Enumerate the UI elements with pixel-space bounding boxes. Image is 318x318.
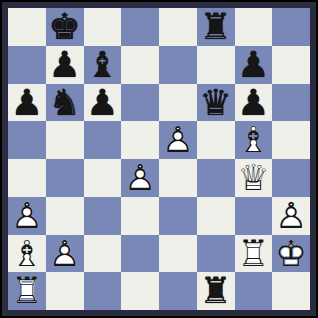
square-h2[interactable]: ♚♔ <box>272 235 310 273</box>
black-pawn-icon[interactable]: ♟ <box>46 46 84 84</box>
square-c2[interactable] <box>84 235 122 273</box>
square-f1[interactable]: ♜ <box>197 272 235 310</box>
square-f2[interactable] <box>197 235 235 273</box>
white-pawn-fill: ♟ <box>121 159 159 197</box>
white-queen-icon[interactable]: ♛♕ <box>235 159 273 197</box>
square-b2[interactable]: ♟♙ <box>46 235 84 273</box>
square-a7[interactable] <box>8 46 46 84</box>
square-g1[interactable] <box>235 272 273 310</box>
square-h7[interactable] <box>272 46 310 84</box>
black-pawn-glyph: ♟ <box>46 46 84 84</box>
black-rook-icon[interactable]: ♜ <box>197 8 235 46</box>
white-pawn-outline: ♙ <box>121 159 159 197</box>
square-d1[interactable] <box>121 272 159 310</box>
black-pawn-icon[interactable]: ♟ <box>84 84 122 122</box>
square-b5[interactable] <box>46 121 84 159</box>
square-e1[interactable] <box>159 272 197 310</box>
white-bishop-fill: ♝ <box>235 121 273 159</box>
black-pawn-icon[interactable]: ♟ <box>8 84 46 122</box>
black-pawn-icon[interactable]: ♟ <box>235 84 273 122</box>
square-a5[interactable] <box>8 121 46 159</box>
square-c5[interactable] <box>84 121 122 159</box>
chess-board: ♚♜♟♝♟♟♞♟♛♟♟♙♝♗♟♙♛♕♟♙♟♙♝♗♟♙♜♖♚♔♜♖♜ <box>8 8 310 310</box>
square-d3[interactable] <box>121 197 159 235</box>
white-king-outline: ♔ <box>272 235 310 273</box>
black-king-glyph: ♚ <box>46 8 84 46</box>
square-h4[interactable] <box>272 159 310 197</box>
white-rook-fill: ♜ <box>235 235 273 273</box>
white-rook-fill: ♜ <box>8 272 46 310</box>
square-g2[interactable]: ♜♖ <box>235 235 273 273</box>
black-pawn-glyph: ♟ <box>235 46 273 84</box>
white-king-icon[interactable]: ♚♔ <box>272 235 310 273</box>
square-h3[interactable]: ♟♙ <box>272 197 310 235</box>
square-a4[interactable] <box>8 159 46 197</box>
square-d6[interactable] <box>121 84 159 122</box>
square-f4[interactable] <box>197 159 235 197</box>
white-pawn-outline: ♙ <box>8 197 46 235</box>
square-d8[interactable] <box>121 8 159 46</box>
board-frame: ♚♜♟♝♟♟♞♟♛♟♟♙♝♗♟♙♛♕♟♙♟♙♝♗♟♙♜♖♚♔♜♖♜ <box>0 0 318 318</box>
square-b1[interactable] <box>46 272 84 310</box>
square-d7[interactable] <box>121 46 159 84</box>
black-bishop-glyph: ♝ <box>84 46 122 84</box>
black-bishop-icon[interactable]: ♝ <box>84 46 122 84</box>
white-bishop-outline: ♗ <box>235 121 273 159</box>
white-pawn-icon[interactable]: ♟♙ <box>8 197 46 235</box>
square-b7[interactable]: ♟ <box>46 46 84 84</box>
white-pawn-outline: ♙ <box>272 197 310 235</box>
white-bishop-outline: ♗ <box>8 235 46 273</box>
white-bishop-fill: ♝ <box>8 235 46 273</box>
square-b6[interactable]: ♞ <box>46 84 84 122</box>
white-pawn-fill: ♟ <box>159 121 197 159</box>
square-e3[interactable] <box>159 197 197 235</box>
black-pawn-icon[interactable]: ♟ <box>235 46 273 84</box>
square-f3[interactable] <box>197 197 235 235</box>
white-pawn-icon[interactable]: ♟♙ <box>272 197 310 235</box>
white-rook-outline: ♖ <box>8 272 46 310</box>
square-f7[interactable] <box>197 46 235 84</box>
black-queen-icon[interactable]: ♛ <box>197 84 235 122</box>
square-e4[interactable] <box>159 159 197 197</box>
black-rook-icon[interactable]: ♜ <box>197 272 235 310</box>
square-c4[interactable] <box>84 159 122 197</box>
square-a8[interactable] <box>8 8 46 46</box>
black-rook-glyph: ♜ <box>197 8 235 46</box>
square-e6[interactable] <box>159 84 197 122</box>
square-e7[interactable] <box>159 46 197 84</box>
white-pawn-fill: ♟ <box>272 197 310 235</box>
white-pawn-fill: ♟ <box>46 235 84 273</box>
square-b4[interactable] <box>46 159 84 197</box>
square-f5[interactable] <box>197 121 235 159</box>
square-h5[interactable] <box>272 121 310 159</box>
square-b3[interactable] <box>46 197 84 235</box>
black-rook-glyph: ♜ <box>197 272 235 310</box>
black-knight-glyph: ♞ <box>46 84 84 122</box>
white-pawn-outline: ♙ <box>46 235 84 273</box>
square-g8[interactable] <box>235 8 273 46</box>
square-d5[interactable] <box>121 121 159 159</box>
square-a2[interactable]: ♝♗ <box>8 235 46 273</box>
square-c1[interactable] <box>84 272 122 310</box>
black-pawn-glyph: ♟ <box>235 84 273 122</box>
square-g6[interactable]: ♟ <box>235 84 273 122</box>
square-c3[interactable] <box>84 197 122 235</box>
white-pawn-icon[interactable]: ♟♙ <box>159 121 197 159</box>
square-h1[interactable] <box>272 272 310 310</box>
square-a1[interactable]: ♜♖ <box>8 272 46 310</box>
square-e5[interactable]: ♟♙ <box>159 121 197 159</box>
white-pawn-icon[interactable]: ♟♙ <box>46 235 84 273</box>
white-king-fill: ♚ <box>272 235 310 273</box>
white-pawn-fill: ♟ <box>8 197 46 235</box>
square-d4[interactable]: ♟♙ <box>121 159 159 197</box>
square-c6[interactable]: ♟ <box>84 84 122 122</box>
black-pawn-glyph: ♟ <box>84 84 122 122</box>
square-g4[interactable]: ♛♕ <box>235 159 273 197</box>
white-pawn-icon[interactable]: ♟♙ <box>121 159 159 197</box>
square-b8[interactable]: ♚ <box>46 8 84 46</box>
square-f6[interactable]: ♛ <box>197 84 235 122</box>
white-queen-fill: ♛ <box>235 159 273 197</box>
white-rook-icon[interactable]: ♜♖ <box>8 272 46 310</box>
square-h6[interactable] <box>272 84 310 122</box>
square-a6[interactable]: ♟ <box>8 84 46 122</box>
square-g3[interactable] <box>235 197 273 235</box>
square-g5[interactable]: ♝♗ <box>235 121 273 159</box>
square-d2[interactable] <box>121 235 159 273</box>
white-queen-outline: ♕ <box>235 159 273 197</box>
white-bishop-icon[interactable]: ♝♗ <box>8 235 46 273</box>
square-c7[interactable]: ♝ <box>84 46 122 84</box>
square-c8[interactable] <box>84 8 122 46</box>
black-king-icon[interactable]: ♚ <box>46 8 84 46</box>
black-queen-glyph: ♛ <box>197 84 235 122</box>
white-pawn-outline: ♙ <box>159 121 197 159</box>
white-bishop-icon[interactable]: ♝♗ <box>235 121 273 159</box>
square-h8[interactable] <box>272 8 310 46</box>
white-rook-outline: ♖ <box>235 235 273 273</box>
square-g7[interactable]: ♟ <box>235 46 273 84</box>
square-e2[interactable] <box>159 235 197 273</box>
square-f8[interactable]: ♜ <box>197 8 235 46</box>
square-e8[interactable] <box>159 8 197 46</box>
white-rook-icon[interactable]: ♜♖ <box>235 235 273 273</box>
black-knight-icon[interactable]: ♞ <box>46 84 84 122</box>
black-pawn-glyph: ♟ <box>8 84 46 122</box>
square-a3[interactable]: ♟♙ <box>8 197 46 235</box>
